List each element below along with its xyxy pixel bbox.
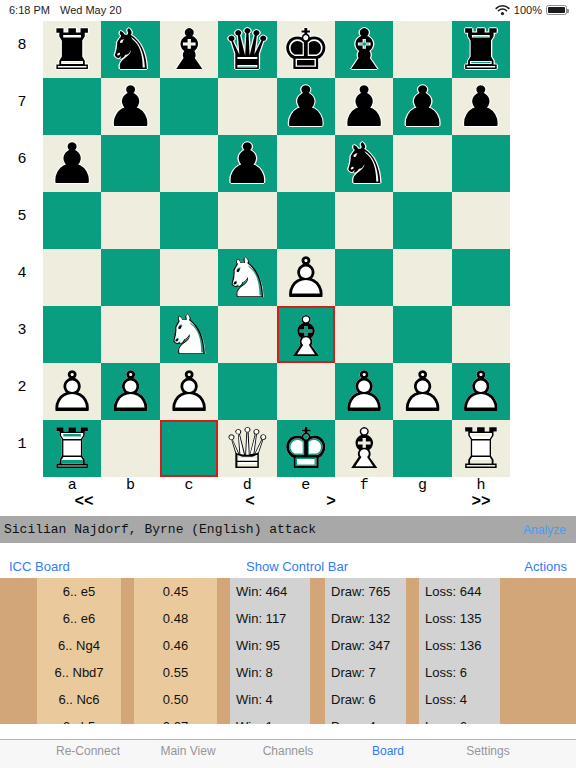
square-f4[interactable] — [335, 249, 393, 306]
white-king-piece: ♚♔ — [277, 420, 335, 477]
file-label-c: c — [160, 478, 218, 494]
square-b7[interactable]: ♟ — [101, 78, 159, 135]
rank-label-6: 6 — [10, 135, 34, 192]
square-g4[interactable] — [393, 249, 451, 306]
square-b6[interactable] — [101, 135, 159, 192]
tab-bar: Re-ConnectMain ViewChannelsBoardSettings — [0, 739, 576, 768]
score-cell: 0.50 — [134, 686, 217, 713]
status-time: 6:18 PM — [9, 4, 50, 16]
show-control-bar-button[interactable]: Show Control Bar — [246, 559, 348, 574]
black-queen-piece: ♛ — [218, 21, 276, 78]
white-knight-piece: ♞♘ — [218, 249, 276, 306]
square-b8[interactable]: ♞ — [101, 21, 159, 78]
status-right: 100% — [495, 4, 567, 16]
black-pawn-piece: ♟ — [335, 78, 393, 135]
loss-cell: Loss: 4 — [425, 686, 467, 713]
square-g1[interactable] — [393, 420, 451, 477]
nav-first-button[interactable]: << — [74, 494, 93, 510]
file-label-a: a — [43, 478, 101, 494]
black-bishop-piece: ♝ — [335, 21, 393, 78]
rank-label-7: 7 — [10, 78, 34, 135]
white-pawn-piece: ♟♙ — [101, 363, 159, 420]
move-cell: 6.. Ng4 — [37, 632, 121, 659]
file-label-f: f — [335, 478, 393, 494]
square-d2[interactable] — [218, 363, 276, 420]
score-cell: 0.27 — [134, 713, 217, 724]
square-e4[interactable]: ♟♙ — [277, 249, 335, 306]
draw-cell: Draw: 765 — [331, 578, 390, 605]
square-b5[interactable] — [101, 192, 159, 249]
opening-name: Sicilian Najdorf, Byrne (English) attack — [4, 522, 316, 537]
file-label-d: d — [218, 478, 276, 494]
square-c5[interactable] — [160, 192, 218, 249]
black-rook-piece: ♜ — [452, 21, 510, 78]
chess-app-screen: 6:18 PMWed May 20 100% 87654321 ♜♞♝♛♚♝♜♟… — [0, 0, 576, 768]
white-bishop-piece: ♝♗ — [335, 420, 393, 477]
draw-cell: Draw: 347 — [331, 632, 390, 659]
white-pawn-piece: ♟♙ — [277, 249, 335, 306]
square-d4[interactable]: ♞♘ — [218, 249, 276, 306]
rank-label-3: 3 — [10, 306, 34, 363]
square-c4[interactable] — [160, 249, 218, 306]
rank-label-8: 8 — [10, 21, 34, 78]
square-h6[interactable] — [452, 135, 510, 192]
square-h3[interactable] — [452, 306, 510, 363]
move-cell: 6.. e6 — [37, 605, 121, 632]
status-left: 6:18 PMWed May 20 — [9, 4, 132, 16]
caption-bar: Sicilian Najdorf, Byrne (English) attack… — [0, 516, 576, 543]
square-f3[interactable] — [335, 306, 393, 363]
win-cell: Win: 1 — [236, 713, 273, 724]
square-h1[interactable]: ♜♖ — [452, 420, 510, 477]
square-a5[interactable] — [43, 192, 101, 249]
square-c3[interactable]: ♞♘ — [160, 306, 218, 363]
score-cell: 0.55 — [134, 659, 217, 686]
square-a6[interactable]: ♟ — [43, 135, 101, 192]
tab-channels[interactable]: Channels — [238, 744, 338, 768]
square-d1[interactable]: ♛♕ — [218, 420, 276, 477]
loss-cell: Loss: 6 — [425, 659, 467, 686]
loss-cell: Loss: 135 — [425, 605, 481, 632]
move-row-6[interactable]: 6.. h50.27Win: 1Draw: 4Loss: 6 — [0, 713, 576, 724]
win-cell: Win: 117 — [236, 605, 286, 632]
score-cell: 0.45 — [134, 578, 217, 605]
rank-label-1: 1 — [10, 420, 34, 477]
square-f7[interactable]: ♟ — [335, 78, 393, 135]
move-row-4[interactable]: 6.. Nbd70.55Win: 8Draw: 7Loss: 6 — [0, 659, 576, 686]
black-pawn-piece: ♟ — [393, 78, 451, 135]
black-knight-piece: ♞ — [335, 135, 393, 192]
square-c7[interactable] — [160, 78, 218, 135]
square-b2[interactable]: ♟♙ — [101, 363, 159, 420]
square-a8[interactable]: ♜ — [43, 21, 101, 78]
square-e1[interactable]: ♚♔ — [277, 420, 335, 477]
status-date: Wed May 20 — [60, 4, 122, 16]
rank-labels: 87654321 — [10, 21, 34, 477]
square-g2[interactable]: ♟♙ — [393, 363, 451, 420]
rank-label-5: 5 — [10, 192, 34, 249]
draw-cell: Draw: 132 — [331, 605, 390, 632]
win-cell: Win: 4 — [236, 686, 273, 713]
square-e6[interactable] — [277, 135, 335, 192]
square-a2[interactable]: ♟♙ — [43, 363, 101, 420]
square-e7[interactable]: ♟ — [277, 78, 335, 135]
square-e5[interactable] — [277, 192, 335, 249]
file-label-e: e — [277, 478, 335, 494]
white-pawn-piece: ♟♙ — [452, 363, 510, 420]
move-row-3[interactable]: 6.. Ng40.46Win: 95Draw: 347Loss: 136 — [0, 632, 576, 659]
toolbar-links: ICC Board Show Control Bar Actions — [0, 556, 576, 576]
nav-next-button[interactable]: > — [326, 494, 336, 510]
square-g6[interactable] — [393, 135, 451, 192]
win-cell: Win: 464 — [236, 578, 287, 605]
move-cell: 6.. e5 — [37, 578, 121, 605]
square-d6[interactable]: ♟ — [218, 135, 276, 192]
white-pawn-piece: ♟♙ — [335, 363, 393, 420]
square-a1[interactable]: ♜♖ — [43, 420, 101, 477]
draw-cell: Draw: 7 — [331, 659, 376, 686]
square-c2[interactable]: ♟♙ — [160, 363, 218, 420]
square-g8[interactable] — [393, 21, 451, 78]
white-queen-piece: ♛♕ — [218, 420, 276, 477]
black-pawn-piece: ♟ — [218, 135, 276, 192]
score-cell: 0.48 — [134, 605, 217, 632]
battery-icon — [546, 5, 567, 15]
square-f5[interactable] — [335, 192, 393, 249]
white-pawn-piece: ♟♙ — [393, 363, 451, 420]
square-b4[interactable] — [101, 249, 159, 306]
square-d8[interactable]: ♛ — [218, 21, 276, 78]
white-bishop-piece: ♝♗ — [279, 308, 333, 361]
file-label-g: g — [393, 478, 451, 494]
move-row-5[interactable]: 6.. Nc60.50Win: 4Draw: 6Loss: 4 — [0, 686, 576, 713]
chess-board[interactable]: ♜♞♝♛♚♝♜♟♟♟♟♟♟♟♞♞♘♟♙♞♘♝♗♟♙♟♙♟♙♟♙♟♙♟♙♜♖♛♕♚… — [43, 21, 510, 477]
tab-board[interactable]: Board — [338, 744, 438, 768]
file-label-h: h — [452, 478, 510, 494]
draw-cell: Draw: 6 — [331, 686, 376, 713]
square-c6[interactable] — [160, 135, 218, 192]
square-f8[interactable]: ♝ — [335, 21, 393, 78]
square-f1[interactable]: ♝♗ — [335, 420, 393, 477]
loss-cell: Loss: 136 — [425, 632, 481, 659]
square-b3[interactable] — [101, 306, 159, 363]
square-h2[interactable]: ♟♙ — [452, 363, 510, 420]
white-rook-piece: ♜♖ — [43, 420, 101, 477]
move-row-1[interactable]: 6.. e50.45Win: 464Draw: 765Loss: 644 — [0, 578, 576, 605]
square-g5[interactable] — [393, 192, 451, 249]
white-knight-piece: ♞♘ — [160, 306, 218, 363]
square-a4[interactable] — [43, 249, 101, 306]
tab-main-view[interactable]: Main View — [138, 744, 238, 768]
score-cell: 0.46 — [134, 632, 217, 659]
square-e3[interactable]: ♝♗ — [277, 306, 335, 363]
black-rook-piece: ♜ — [43, 21, 101, 78]
square-d7[interactable] — [218, 78, 276, 135]
win-cell: Win: 95 — [236, 632, 280, 659]
square-e8[interactable]: ♚ — [277, 21, 335, 78]
nav-prev-button[interactable]: < — [245, 494, 255, 510]
tab-settings[interactable]: Settings — [438, 744, 538, 768]
square-a7[interactable] — [43, 78, 101, 135]
square-h4[interactable] — [452, 249, 510, 306]
rank-label-2: 2 — [10, 363, 34, 420]
square-c8[interactable]: ♝ — [160, 21, 218, 78]
square-g3[interactable] — [393, 306, 451, 363]
battery-percent: 100% — [514, 4, 542, 16]
white-pawn-piece: ♟♙ — [43, 363, 101, 420]
square-f2[interactable]: ♟♙ — [335, 363, 393, 420]
square-e2[interactable] — [277, 363, 335, 420]
file-label-b: b — [101, 478, 159, 494]
move-cell: 6.. Nc6 — [37, 686, 121, 713]
actions-button[interactable]: Actions — [524, 559, 567, 574]
square-g7[interactable]: ♟ — [393, 78, 451, 135]
square-a3[interactable] — [43, 306, 101, 363]
win-cell: Win: 8 — [236, 659, 273, 686]
draw-cell: Draw: 4 — [331, 713, 376, 724]
analyze-button[interactable]: Analyze — [523, 523, 566, 537]
black-king-piece: ♚ — [277, 21, 335, 78]
square-d5[interactable] — [218, 192, 276, 249]
black-bishop-piece: ♝ — [160, 21, 218, 78]
loss-cell: Loss: 6 — [425, 713, 467, 724]
nav-last-button[interactable]: >> — [471, 494, 490, 510]
rank-label-4: 4 — [10, 249, 34, 306]
black-pawn-piece: ♟ — [277, 78, 335, 135]
file-labels: abcdefgh — [43, 478, 510, 494]
white-pawn-piece: ♟♙ — [160, 363, 218, 420]
black-pawn-piece: ♟ — [452, 78, 510, 135]
square-d3[interactable] — [218, 306, 276, 363]
square-h5[interactable] — [452, 192, 510, 249]
black-pawn-piece: ♟ — [101, 78, 159, 135]
tab-re-connect[interactable]: Re-Connect — [38, 744, 138, 768]
icc-board-button[interactable]: ICC Board — [9, 559, 70, 574]
white-rook-piece: ♜♖ — [452, 420, 510, 477]
wifi-icon — [495, 4, 510, 16]
square-f6[interactable]: ♞ — [335, 135, 393, 192]
move-row-2[interactable]: 6.. e60.48Win: 117Draw: 132Loss: 135 — [0, 605, 576, 632]
move-cell: 6.. Nbd7 — [37, 659, 121, 686]
square-c1[interactable] — [160, 420, 218, 477]
square-h7[interactable]: ♟ — [452, 78, 510, 135]
move-cell: 6.. h5 — [37, 713, 121, 724]
black-knight-piece: ♞ — [101, 21, 159, 78]
black-pawn-piece: ♟ — [43, 135, 101, 192]
loss-cell: Loss: 644 — [425, 578, 481, 605]
square-b1[interactable] — [101, 420, 159, 477]
square-h8[interactable]: ♜ — [452, 21, 510, 78]
moves-table: 6.. e50.45Win: 464Draw: 765Loss: 6446.. … — [0, 578, 576, 724]
